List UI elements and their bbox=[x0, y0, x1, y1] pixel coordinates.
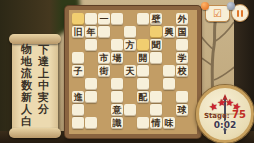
tray-column-right: 下達上中実分 bbox=[38, 44, 49, 130]
board-cell[interactable] bbox=[85, 117, 97, 129]
board-blocked-square bbox=[98, 39, 110, 51]
board-blocked-square bbox=[176, 78, 188, 90]
board-cell[interactable]: 場 bbox=[111, 52, 123, 64]
board-cell[interactable] bbox=[85, 39, 97, 51]
board-blocked-square bbox=[163, 104, 175, 116]
board-blocked-square bbox=[124, 13, 136, 25]
board-cell[interactable] bbox=[124, 104, 136, 116]
board-blocked-square bbox=[72, 78, 84, 90]
board-cell[interactable] bbox=[150, 91, 162, 103]
board-cell[interactable]: 学 bbox=[176, 52, 188, 64]
board-cell[interactable]: 配 bbox=[137, 91, 149, 103]
board-cell[interactable] bbox=[137, 117, 149, 129]
board-cell[interactable] bbox=[72, 13, 84, 25]
board-cell[interactable] bbox=[72, 52, 84, 64]
board-blocked-square bbox=[124, 91, 136, 103]
board-cell[interactable] bbox=[150, 104, 162, 116]
board-blocked-square bbox=[98, 117, 110, 129]
board-cell[interactable]: 開 bbox=[137, 52, 149, 64]
board-blocked-square bbox=[176, 117, 188, 129]
board-blocked-square bbox=[98, 78, 110, 90]
word-list-button[interactable]: ☑ bbox=[205, 5, 230, 22]
pause-badge bbox=[227, 2, 235, 10]
board-cell[interactable] bbox=[85, 78, 97, 90]
stage-number: 75 bbox=[232, 109, 246, 120]
board-cell[interactable] bbox=[137, 65, 149, 77]
difficulty-stars: ★★★★ bbox=[199, 91, 251, 110]
scroll-roll-top bbox=[9, 34, 61, 44]
board-cell[interactable] bbox=[111, 39, 123, 51]
board-blocked-square bbox=[98, 104, 110, 116]
board-cell[interactable] bbox=[85, 13, 97, 25]
board-cell[interactable] bbox=[111, 78, 123, 90]
board-cell[interactable] bbox=[111, 91, 123, 103]
tile-tray-columns: 物地流数新人白下達上中実分 bbox=[12, 44, 58, 130]
board-cell[interactable]: 国 bbox=[176, 26, 188, 38]
board-cell[interactable]: 一 bbox=[98, 13, 110, 25]
board-cell[interactable]: 興 bbox=[163, 26, 175, 38]
board-blocked-square bbox=[111, 26, 123, 38]
board-blocked-square bbox=[150, 78, 162, 90]
board-blocked-square bbox=[85, 104, 97, 116]
board-cell[interactable]: 識 bbox=[111, 117, 123, 129]
board-cell[interactable]: 球 bbox=[176, 104, 188, 116]
board-cell[interactable]: 旧 bbox=[72, 26, 84, 38]
board-cell[interactable]: 聞 bbox=[150, 39, 162, 51]
board-cell[interactable] bbox=[85, 91, 97, 103]
board-cell[interactable] bbox=[111, 13, 123, 25]
word-list-badge bbox=[201, 2, 209, 10]
board-cell[interactable] bbox=[72, 117, 84, 129]
board-blocked-square bbox=[163, 52, 175, 64]
board-cell[interactable] bbox=[137, 13, 149, 25]
board-cell[interactable]: 市 bbox=[98, 52, 110, 64]
board-blocked-square bbox=[163, 39, 175, 51]
tray-tile[interactable]: 白 bbox=[21, 116, 32, 128]
pause-icon bbox=[237, 10, 243, 17]
board-cell[interactable]: 子 bbox=[72, 65, 84, 77]
board-cell[interactable] bbox=[150, 26, 162, 38]
tray-column-left: 物地流数新人白 bbox=[21, 44, 32, 130]
board-blocked-square bbox=[124, 117, 136, 129]
board-blocked-square bbox=[85, 52, 97, 64]
board-cell[interactable]: 校 bbox=[176, 65, 188, 77]
board-blocked-square bbox=[137, 104, 149, 116]
board-cell[interactable] bbox=[137, 78, 149, 90]
board-blocked-square bbox=[72, 39, 84, 51]
board-cell[interactable]: 天 bbox=[124, 65, 136, 77]
timer: 0:02 bbox=[199, 120, 251, 130]
board-blocked-square bbox=[163, 91, 175, 103]
board-cell[interactable]: 外 bbox=[176, 13, 188, 25]
checkbox-check-icon: ☑ bbox=[213, 9, 222, 19]
board-cell[interactable]: 方 bbox=[124, 39, 136, 51]
board-cell[interactable] bbox=[163, 65, 175, 77]
board-cell[interactable]: 年 bbox=[85, 26, 97, 38]
board-blocked-square bbox=[137, 26, 149, 38]
board-cell[interactable]: 街 bbox=[98, 65, 110, 77]
board-cell[interactable] bbox=[176, 39, 188, 51]
board-cell[interactable]: 進 bbox=[72, 91, 84, 103]
board-blocked-square bbox=[85, 65, 97, 77]
board-blocked-square bbox=[124, 78, 136, 90]
tile-tray-scroll: 物地流数新人白下達上中実分 bbox=[9, 34, 61, 138]
board-cell[interactable] bbox=[72, 104, 84, 116]
stage-label: Stage: 75 bbox=[199, 109, 251, 120]
board-cell[interactable]: 壁 bbox=[150, 13, 162, 25]
board-cell[interactable]: 味 bbox=[163, 117, 175, 129]
board-blocked-square bbox=[98, 91, 110, 103]
tray-tile[interactable]: 分 bbox=[38, 104, 49, 116]
board-blocked-square bbox=[163, 13, 175, 25]
board-cell[interactable] bbox=[137, 39, 149, 51]
board-cell[interactable] bbox=[163, 78, 175, 90]
stage-medallion: ★★★★ Stage: 75 0:02 bbox=[196, 85, 254, 143]
board-blocked-square bbox=[111, 65, 123, 77]
board-cell[interactable]: 情 bbox=[150, 117, 162, 129]
board-cell[interactable] bbox=[98, 26, 110, 38]
board-cell[interactable] bbox=[176, 91, 188, 103]
board-cell[interactable] bbox=[150, 52, 162, 64]
board-blocked-square bbox=[124, 52, 136, 64]
game-screen: 一壁外旧年興国方聞市場開学子街天校進配意球識情味 物地流数新人白下達上中実分 ☑… bbox=[0, 0, 254, 143]
board-cell[interactable]: 意 bbox=[111, 104, 123, 116]
board-blocked-square bbox=[150, 65, 162, 77]
crossword-board: 一壁外旧年興国方聞市場開学子街天校進配意球識情味 bbox=[65, 6, 201, 138]
board-grid: 一壁外旧年興国方聞市場開学子街天校進配意球識情味 bbox=[72, 13, 194, 129]
board-cell[interactable] bbox=[124, 26, 136, 38]
